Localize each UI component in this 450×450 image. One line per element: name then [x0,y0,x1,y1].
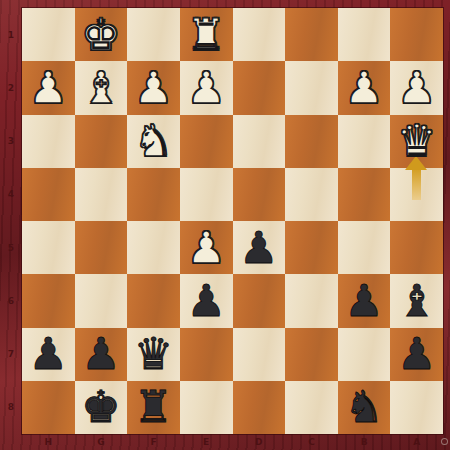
rank-label-4: 4 [0,168,22,221]
piece-wQ-a3[interactable]: ♛ [397,115,436,167]
square-h5[interactable] [22,221,75,274]
piece-bP-h7[interactable]: ♟ [29,328,68,380]
piece-bB-a6[interactable]: ♝ [397,275,436,327]
piece-wP-e5[interactable]: ♟ [186,222,225,274]
file-label-a: A [390,434,443,450]
piece-bN-b8[interactable]: ♞ [344,381,383,433]
square-d2[interactable] [233,61,286,114]
square-c2[interactable] [285,61,338,114]
file-label-b: B [338,434,391,450]
file-label-g: G [75,434,128,450]
square-h3[interactable] [22,115,75,168]
piece-wP-e2[interactable]: ♟ [186,62,225,114]
piece-wP-h2[interactable]: ♟ [29,62,68,114]
square-a5[interactable] [390,221,443,274]
file-label-e: E [180,434,233,450]
piece-bP-d5[interactable]: ♟ [239,222,278,274]
piece-bQ-f7[interactable]: ♛ [134,328,173,380]
square-d3[interactable] [233,115,286,168]
square-a8[interactable] [390,381,443,434]
square-h2[interactable]: ♟ [22,61,75,114]
piece-wK-g1[interactable]: ♚ [81,9,120,61]
square-d8[interactable] [233,381,286,434]
piece-wB-g2[interactable]: ♝ [81,62,120,114]
chess-board: ♚♜♟♝♟♟♟♟♞♛♟♟♟♟♝♟♟♛♟♚♜♞ [22,8,443,434]
rank-label-5: 5 [0,221,22,274]
square-b8[interactable]: ♞ [338,381,391,434]
square-d4[interactable] [233,168,286,221]
square-a2[interactable]: ♟ [390,61,443,114]
corner-dot-icon [441,438,448,445]
piece-bP-g7[interactable]: ♟ [81,328,120,380]
square-f6[interactable] [127,274,180,327]
square-e3[interactable] [180,115,233,168]
square-f3[interactable]: ♞ [127,115,180,168]
file-label-f: F [127,434,180,450]
piece-wP-a2[interactable]: ♟ [397,62,436,114]
square-f8[interactable]: ♜ [127,381,180,434]
square-e1[interactable]: ♜ [180,8,233,61]
square-h7[interactable]: ♟ [22,328,75,381]
square-h1[interactable] [22,8,75,61]
square-a3[interactable]: ♛ [390,115,443,168]
square-g4[interactable] [75,168,128,221]
square-c4[interactable] [285,168,338,221]
square-e7[interactable] [180,328,233,381]
square-e2[interactable]: ♟ [180,61,233,114]
piece-bP-b6[interactable]: ♟ [344,275,383,327]
square-c1[interactable] [285,8,338,61]
rank-label-7: 7 [0,328,22,381]
square-f4[interactable] [127,168,180,221]
square-c8[interactable] [285,381,338,434]
rank-label-2: 2 [0,61,22,114]
piece-wR-e1[interactable]: ♜ [186,9,225,61]
piece-bP-e6[interactable]: ♟ [186,275,225,327]
chess-board-frame: 12345678 ♚♜♟♝♟♟♟♟♞♛♟♟♟♟♝♟♟♛♟♚♜♞ HGFEDCBA [0,0,450,450]
square-b2[interactable]: ♟ [338,61,391,114]
square-f5[interactable] [127,221,180,274]
square-g6[interactable] [75,274,128,327]
piece-wN-f3[interactable]: ♞ [134,115,173,167]
piece-bK-g8[interactable]: ♚ [81,381,120,433]
file-labels: HGFEDCBA [22,434,443,450]
piece-bP-a7[interactable]: ♟ [397,328,436,380]
piece-wP-b2[interactable]: ♟ [344,62,383,114]
square-d7[interactable] [233,328,286,381]
piece-wP-f2[interactable]: ♟ [134,62,173,114]
square-d5[interactable]: ♟ [233,221,286,274]
rank-label-3: 3 [0,115,22,168]
square-f7[interactable]: ♛ [127,328,180,381]
square-a1[interactable] [390,8,443,61]
square-b6[interactable]: ♟ [338,274,391,327]
arrow-tail [412,170,421,200]
square-e8[interactable] [180,381,233,434]
rank-label-8: 8 [0,381,22,434]
rank-labels: 12345678 [0,8,22,434]
square-g3[interactable] [75,115,128,168]
piece-bR-f8[interactable]: ♜ [134,381,173,433]
square-h8[interactable] [22,381,75,434]
square-g8[interactable]: ♚ [75,381,128,434]
rank-label-1: 1 [0,8,22,61]
square-a6[interactable]: ♝ [390,274,443,327]
square-h4[interactable] [22,168,75,221]
file-label-h: H [22,434,75,450]
square-c7[interactable] [285,328,338,381]
square-c5[interactable] [285,221,338,274]
square-d6[interactable] [233,274,286,327]
square-e4[interactable] [180,168,233,221]
square-c3[interactable] [285,115,338,168]
square-f1[interactable] [127,8,180,61]
square-a7[interactable]: ♟ [390,328,443,381]
square-g5[interactable] [75,221,128,274]
square-f2[interactable]: ♟ [127,61,180,114]
square-b1[interactable] [338,8,391,61]
square-e6[interactable]: ♟ [180,274,233,327]
square-h6[interactable] [22,274,75,327]
file-label-c: C [285,434,338,450]
square-c6[interactable] [285,274,338,327]
square-b7[interactable] [338,328,391,381]
square-b5[interactable] [338,221,391,274]
square-b4[interactable] [338,168,391,221]
square-g2[interactable]: ♝ [75,61,128,114]
square-d1[interactable] [233,8,286,61]
square-g1[interactable]: ♚ [75,8,128,61]
square-g7[interactable]: ♟ [75,328,128,381]
rank-label-6: 6 [0,274,22,327]
file-label-d: D [233,434,286,450]
square-b3[interactable] [338,115,391,168]
square-e5[interactable]: ♟ [180,221,233,274]
